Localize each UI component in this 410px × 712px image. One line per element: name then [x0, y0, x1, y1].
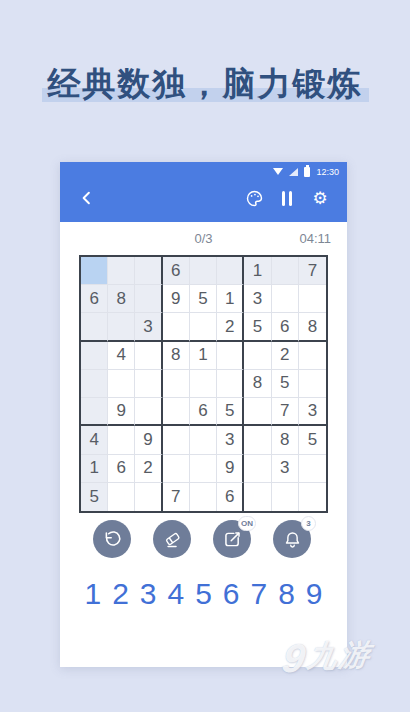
gear-icon: ⚙ [312, 190, 327, 207]
sudoku-grid: 61768951332568481285965734938516293576 [81, 257, 326, 511]
numpad-3[interactable]: 3 [134, 574, 162, 614]
numpad-8[interactable]: 8 [273, 574, 301, 614]
cell-r6c8[interactable]: 7 [272, 398, 299, 426]
cell-r6c4[interactable] [163, 398, 190, 426]
cell-r7c3[interactable]: 9 [135, 426, 162, 454]
cell-r6c9[interactable]: 3 [299, 398, 326, 426]
numpad-7[interactable]: 7 [245, 574, 273, 614]
cell-r3c9[interactable]: 8 [299, 313, 326, 341]
cell-r8c9[interactable] [299, 455, 326, 483]
hint-button[interactable]: 3 [273, 520, 311, 558]
cell-r6c5[interactable]: 6 [190, 398, 217, 426]
bell-icon [282, 529, 303, 550]
cell-r9c5[interactable] [190, 483, 217, 511]
cell-r1c1[interactable] [81, 257, 108, 285]
palette-icon [244, 188, 265, 209]
cell-r4c7[interactable] [244, 342, 271, 370]
cell-r2c6[interactable]: 1 [217, 285, 244, 313]
cell-r5c6[interactable] [217, 370, 244, 398]
cell-r5c3[interactable] [135, 370, 162, 398]
cell-r9c4[interactable]: 7 [163, 483, 190, 511]
cell-r4c5[interactable]: 1 [190, 342, 217, 370]
numpad-2[interactable]: 2 [107, 574, 135, 614]
page-title: 经典数独，脑力锻炼 [0, 62, 410, 107]
sudoku-board: 61768951332568481285965734938516293576 [79, 255, 328, 513]
cell-r9c6[interactable]: 6 [217, 483, 244, 511]
numpad-1[interactable]: 1 [79, 574, 107, 614]
hint-count-badge: 3 [301, 516, 316, 531]
cell-r5c1[interactable] [81, 370, 108, 398]
cell-r3c7[interactable]: 5 [244, 313, 271, 341]
cell-r3c6[interactable]: 2 [217, 313, 244, 341]
numpad-6[interactable]: 6 [217, 574, 245, 614]
cell-r4c8[interactable]: 2 [272, 342, 299, 370]
cell-r1c8[interactable] [272, 257, 299, 285]
cell-r7c8[interactable]: 8 [272, 426, 299, 454]
numpad-4[interactable]: 4 [162, 574, 190, 614]
cell-r5c8[interactable]: 5 [272, 370, 299, 398]
cell-r1c9[interactable]: 7 [299, 257, 326, 285]
cell-r7c6[interactable]: 3 [217, 426, 244, 454]
cell-r5c2[interactable] [108, 370, 135, 398]
cell-r3c4[interactable] [163, 313, 190, 341]
cell-r1c5[interactable] [190, 257, 217, 285]
cell-r2c7[interactable]: 3 [244, 285, 271, 313]
cell-r9c9[interactable] [299, 483, 326, 511]
cell-r6c1[interactable] [81, 398, 108, 426]
cell-r2c8[interactable] [272, 285, 299, 313]
cell-r2c5[interactable]: 5 [190, 285, 217, 313]
cell-r8c3[interactable]: 2 [135, 455, 162, 483]
cell-r7c4[interactable] [163, 426, 190, 454]
cell-r3c8[interactable]: 6 [272, 313, 299, 341]
cell-r4c6[interactable] [217, 342, 244, 370]
cell-r8c6[interactable]: 9 [217, 455, 244, 483]
back-button[interactable] [76, 187, 98, 209]
cell-r9c3[interactable] [135, 483, 162, 511]
cell-r2c2[interactable]: 8 [108, 285, 135, 313]
settings-button[interactable]: ⚙ [309, 187, 331, 209]
cell-r4c4[interactable]: 8 [163, 342, 190, 370]
cell-r5c7[interactable]: 8 [244, 370, 271, 398]
nav-bar: ⚙ [60, 178, 347, 218]
cell-r5c4[interactable] [163, 370, 190, 398]
status-time: 12:30 [316, 167, 339, 177]
toolbar: ON 3 [93, 520, 311, 558]
cell-r7c2[interactable] [108, 426, 135, 454]
info-row: 0/3 04:11 [60, 222, 347, 254]
cell-r6c3[interactable] [135, 398, 162, 426]
cell-r9c8[interactable] [272, 483, 299, 511]
cell-r2c4[interactable]: 9 [163, 285, 190, 313]
game-timer: 04:11 [299, 231, 331, 246]
cell-r7c9[interactable]: 5 [299, 426, 326, 454]
cell-r1c4[interactable]: 6 [163, 257, 190, 285]
cell-r2c1[interactable]: 6 [81, 285, 108, 313]
cell-r8c8[interactable]: 3 [272, 455, 299, 483]
cell-r8c7[interactable] [244, 455, 271, 483]
pause-button[interactable] [276, 187, 298, 209]
theme-button[interactable] [243, 187, 265, 209]
notes-on-badge: ON [238, 516, 256, 531]
cell-r4c3[interactable] [135, 342, 162, 370]
eraser-button[interactable] [153, 520, 191, 558]
cell-r5c9[interactable] [299, 370, 326, 398]
battery-icon [304, 167, 310, 177]
phone-screenshot-card: 12:30 [60, 162, 347, 667]
eraser-icon [162, 529, 183, 550]
signal-icon [289, 168, 298, 176]
cell-r9c2[interactable] [108, 483, 135, 511]
cell-r8c2[interactable]: 6 [108, 455, 135, 483]
cell-r6c2[interactable]: 9 [108, 398, 135, 426]
chevron-left-icon [78, 189, 96, 207]
cell-r7c7[interactable] [244, 426, 271, 454]
cell-r8c5[interactable] [190, 455, 217, 483]
cell-r3c5[interactable] [190, 313, 217, 341]
pause-icon [282, 191, 292, 206]
cell-r2c9[interactable] [299, 285, 326, 313]
cell-r3c3[interactable]: 3 [135, 313, 162, 341]
cell-r4c2[interactable]: 4 [108, 342, 135, 370]
number-pad: 123456789 [79, 574, 328, 614]
pencil-notes-icon [222, 529, 243, 550]
cell-r5c5[interactable] [190, 370, 217, 398]
cell-r9c7[interactable] [244, 483, 271, 511]
cell-r7c5[interactable] [190, 426, 217, 454]
cell-r7c1[interactable]: 4 [81, 426, 108, 454]
cell-r3c2[interactable] [108, 313, 135, 341]
cell-r6c7[interactable] [244, 398, 271, 426]
app-header: 12:30 [60, 162, 347, 222]
numpad-9[interactable]: 9 [300, 574, 328, 614]
undo-button[interactable] [93, 520, 131, 558]
cell-r4c9[interactable] [299, 342, 326, 370]
cell-r6c6[interactable]: 5 [217, 398, 244, 426]
cell-r8c1[interactable]: 1 [81, 455, 108, 483]
cell-r9c1[interactable]: 5 [81, 483, 108, 511]
cell-r2c3[interactable] [135, 285, 162, 313]
cell-r1c6[interactable] [217, 257, 244, 285]
status-bar: 12:30 [60, 162, 347, 178]
numpad-5[interactable]: 5 [190, 574, 218, 614]
notes-button[interactable]: ON [213, 520, 251, 558]
undo-icon [102, 529, 123, 550]
wifi-icon [273, 168, 283, 175]
cell-r4c1[interactable] [81, 342, 108, 370]
cell-r3c1[interactable] [81, 313, 108, 341]
page: 经典数独，脑力锻炼 12:30 [0, 0, 410, 712]
cell-r1c3[interactable] [135, 257, 162, 285]
cell-r1c2[interactable] [108, 257, 135, 285]
cell-r1c7[interactable]: 1 [244, 257, 271, 285]
cell-r8c4[interactable] [163, 455, 190, 483]
